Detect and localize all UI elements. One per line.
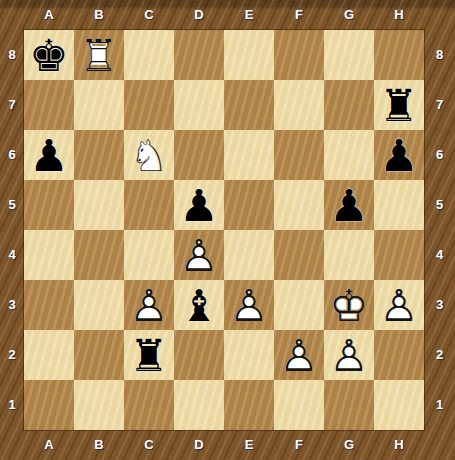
- square-c7[interactable]: [124, 80, 174, 130]
- square-h4[interactable]: [374, 230, 424, 280]
- white-pawn[interactable]: [224, 280, 274, 330]
- square-h6[interactable]: [374, 130, 424, 180]
- square-g4[interactable]: [324, 230, 374, 280]
- white-pawn[interactable]: [174, 230, 224, 280]
- square-g7[interactable]: [324, 80, 374, 130]
- square-e1[interactable]: [224, 380, 274, 430]
- square-e5[interactable]: [224, 180, 274, 230]
- rank-labels-left: 87654321: [0, 30, 24, 430]
- square-c1[interactable]: [124, 380, 174, 430]
- square-f6[interactable]: [274, 130, 324, 180]
- square-f8[interactable]: [274, 30, 324, 80]
- black-rook[interactable]: [124, 330, 174, 380]
- black-bishop[interactable]: [174, 280, 224, 330]
- square-h8[interactable]: [374, 30, 424, 80]
- square-e4[interactable]: [224, 230, 274, 280]
- square-e6[interactable]: [224, 130, 274, 180]
- square-d5[interactable]: [174, 180, 224, 230]
- square-g1[interactable]: [324, 380, 374, 430]
- file-label-d: D: [174, 430, 224, 460]
- white-pawn[interactable]: [324, 330, 374, 380]
- file-label-g: G: [324, 430, 374, 460]
- rank-labels-right: 87654321: [424, 30, 455, 430]
- file-label-a: A: [24, 430, 74, 460]
- rank-label-4: 4: [424, 230, 455, 280]
- square-b6[interactable]: [74, 130, 124, 180]
- file-label-f: F: [274, 430, 324, 460]
- file-label-h: H: [374, 0, 424, 30]
- rank-label-2: 2: [0, 330, 24, 380]
- square-a3[interactable]: [24, 280, 74, 330]
- square-b4[interactable]: [74, 230, 124, 280]
- square-d7[interactable]: [174, 80, 224, 130]
- rank-label-6: 6: [0, 130, 24, 180]
- square-b2[interactable]: [74, 330, 124, 380]
- square-f4[interactable]: [274, 230, 324, 280]
- file-labels-top: ABCDEFGH: [24, 0, 424, 30]
- rank-label-3: 3: [0, 280, 24, 330]
- square-g6[interactable]: [324, 130, 374, 180]
- square-h2[interactable]: [374, 330, 424, 380]
- rank-label-3: 3: [424, 280, 455, 330]
- square-c6[interactable]: [124, 130, 174, 180]
- square-a7[interactable]: [24, 80, 74, 130]
- square-d3[interactable]: [174, 280, 224, 330]
- file-label-e: E: [224, 0, 274, 30]
- square-c2[interactable]: [124, 330, 174, 380]
- square-f2[interactable]: [274, 330, 324, 380]
- file-label-b: B: [74, 430, 124, 460]
- square-b3[interactable]: [74, 280, 124, 330]
- file-label-c: C: [124, 0, 174, 30]
- white-rook[interactable]: [74, 30, 124, 80]
- black-pawn[interactable]: [174, 180, 224, 230]
- file-label-d: D: [174, 0, 224, 30]
- square-f5[interactable]: [274, 180, 324, 230]
- square-b7[interactable]: [74, 80, 124, 130]
- white-pawn[interactable]: [124, 280, 174, 330]
- square-f7[interactable]: [274, 80, 324, 130]
- rank-label-2: 2: [424, 330, 455, 380]
- rank-label-8: 8: [424, 30, 455, 80]
- file-label-e: E: [224, 430, 274, 460]
- square-d6[interactable]: [174, 130, 224, 180]
- file-label-c: C: [124, 430, 174, 460]
- rank-label-6: 6: [424, 130, 455, 180]
- file-label-f: F: [274, 0, 324, 30]
- square-f1[interactable]: [274, 380, 324, 430]
- square-a1[interactable]: [24, 380, 74, 430]
- square-e7[interactable]: [224, 80, 274, 130]
- rank-label-7: 7: [424, 80, 455, 130]
- square-c3[interactable]: [124, 280, 174, 330]
- square-a2[interactable]: [24, 330, 74, 380]
- rank-label-4: 4: [0, 230, 24, 280]
- square-d1[interactable]: [174, 380, 224, 430]
- square-d8[interactable]: [174, 30, 224, 80]
- square-g5[interactable]: [324, 180, 374, 230]
- square-h1[interactable]: [374, 380, 424, 430]
- square-h5[interactable]: [374, 180, 424, 230]
- square-e2[interactable]: [224, 330, 274, 380]
- square-g8[interactable]: [324, 30, 374, 80]
- square-g3[interactable]: [324, 280, 374, 330]
- square-c5[interactable]: [124, 180, 174, 230]
- rank-label-7: 7: [0, 80, 24, 130]
- square-e3[interactable]: [224, 280, 274, 330]
- square-c8[interactable]: [124, 30, 174, 80]
- file-labels-bottom: ABCDEFGH: [24, 430, 424, 460]
- square-a8[interactable]: [24, 30, 74, 80]
- rank-label-1: 1: [424, 380, 455, 430]
- file-label-b: B: [74, 0, 124, 30]
- square-b8[interactable]: [74, 30, 124, 80]
- chess-board: [24, 30, 424, 430]
- square-d2[interactable]: [174, 330, 224, 380]
- square-g2[interactable]: [324, 330, 374, 380]
- black-king[interactable]: [24, 30, 74, 80]
- white-pawn[interactable]: [274, 330, 324, 380]
- square-d4[interactable]: [174, 230, 224, 280]
- black-pawn[interactable]: [324, 180, 374, 230]
- rank-label-1: 1: [0, 380, 24, 430]
- file-label-a: A: [24, 0, 74, 30]
- white-king[interactable]: [324, 280, 374, 330]
- rank-label-5: 5: [424, 180, 455, 230]
- black-pawn[interactable]: [374, 130, 424, 180]
- square-a5[interactable]: [24, 180, 74, 230]
- square-f3[interactable]: [274, 280, 324, 330]
- square-a4[interactable]: [24, 230, 74, 280]
- square-b1[interactable]: [74, 380, 124, 430]
- square-h7[interactable]: [374, 80, 424, 130]
- square-e8[interactable]: [224, 30, 274, 80]
- square-a6[interactable]: [24, 130, 74, 180]
- file-label-h: H: [374, 430, 424, 460]
- white-pawn[interactable]: [374, 280, 424, 330]
- black-rook[interactable]: [374, 80, 424, 130]
- square-b5[interactable]: [74, 180, 124, 230]
- white-knight[interactable]: [124, 130, 174, 180]
- file-label-g: G: [324, 0, 374, 30]
- rank-label-8: 8: [0, 30, 24, 80]
- rank-label-5: 5: [0, 180, 24, 230]
- square-c4[interactable]: [124, 230, 174, 280]
- square-h3[interactable]: [374, 280, 424, 330]
- black-pawn[interactable]: [24, 130, 74, 180]
